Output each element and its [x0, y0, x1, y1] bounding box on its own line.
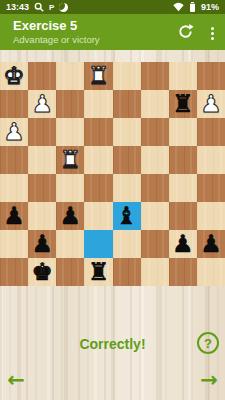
square-h6[interactable]: [197, 118, 225, 146]
square-b6[interactable]: [28, 118, 56, 146]
square-a2[interactable]: [0, 230, 28, 258]
piece-black-bishop[interactable]: ♝: [116, 204, 138, 228]
square-g1[interactable]: [169, 258, 197, 286]
square-c5[interactable]: ♜: [56, 146, 84, 174]
chess-board: ♚♜♟♜♟♟♜♟♟♝♟♟♟♚♜: [0, 62, 225, 286]
square-e8[interactable]: [113, 62, 141, 90]
square-e4[interactable]: [113, 174, 141, 202]
piece-black-rook[interactable]: ♜: [172, 92, 194, 116]
piece-black-pawn[interactable]: ♟: [3, 204, 25, 228]
square-h1[interactable]: [197, 258, 225, 286]
square-f8[interactable]: [141, 62, 169, 90]
square-h2[interactable]: ♟: [197, 230, 225, 258]
square-d2[interactable]: [84, 230, 112, 258]
square-c2[interactable]: [56, 230, 84, 258]
square-f5[interactable]: [141, 146, 169, 174]
do-not-disturb-moon-icon: [59, 3, 68, 12]
square-a6[interactable]: ♟: [0, 118, 28, 146]
square-a4[interactable]: [0, 174, 28, 202]
overflow-menu-button[interactable]: [209, 25, 216, 42]
square-f4[interactable]: [141, 174, 169, 202]
square-c6[interactable]: [56, 118, 84, 146]
square-b7[interactable]: ♟: [28, 90, 56, 118]
status-bar: 13:43 P 91%: [0, 0, 225, 14]
next-exercise-button[interactable]: →: [197, 368, 221, 392]
piece-black-rook[interactable]: ♜: [88, 260, 110, 284]
square-h8[interactable]: [197, 62, 225, 90]
left-arrow-icon: ←: [7, 368, 25, 392]
square-d1[interactable]: ♜: [84, 258, 112, 286]
square-f7[interactable]: [141, 90, 169, 118]
piece-black-pawn[interactable]: ♟: [200, 232, 222, 256]
square-a8[interactable]: ♚: [0, 62, 28, 90]
right-arrow-icon: →: [200, 368, 218, 392]
square-f2[interactable]: [141, 230, 169, 258]
square-h7[interactable]: ♟: [197, 90, 225, 118]
square-a5[interactable]: [0, 146, 28, 174]
square-a1[interactable]: [0, 258, 28, 286]
previous-exercise-button[interactable]: ←: [4, 368, 28, 392]
square-g3[interactable]: [169, 202, 197, 230]
square-h3[interactable]: [197, 202, 225, 230]
square-c4[interactable]: [56, 174, 84, 202]
square-e6[interactable]: [113, 118, 141, 146]
piece-black-king[interactable]: ♚: [31, 260, 53, 284]
square-e1[interactable]: [113, 258, 141, 286]
square-f6[interactable]: [141, 118, 169, 146]
p-notification-icon: P: [49, 3, 54, 12]
piece-black-pawn[interactable]: ♟: [60, 204, 82, 228]
square-d5[interactable]: [84, 146, 112, 174]
square-c1[interactable]: [56, 258, 84, 286]
piece-white-king[interactable]: ♚: [3, 64, 25, 88]
square-b4[interactable]: [28, 174, 56, 202]
square-a7[interactable]: [0, 90, 28, 118]
refresh-button[interactable]: [177, 23, 194, 44]
square-c8[interactable]: [56, 62, 84, 90]
piece-black-pawn[interactable]: ♟: [172, 232, 194, 256]
battery-icon: [189, 3, 196, 12]
square-a3[interactable]: ♟: [0, 202, 28, 230]
square-g2[interactable]: ♟: [169, 230, 197, 258]
square-h4[interactable]: [197, 174, 225, 202]
wifi-icon: [173, 2, 184, 12]
square-f1[interactable]: [141, 258, 169, 286]
square-g5[interactable]: [169, 146, 197, 174]
app-bar: Exercise 5 Advantage or victory: [0, 14, 225, 50]
square-e2[interactable]: [113, 230, 141, 258]
square-d3[interactable]: [84, 202, 112, 230]
square-b5[interactable]: [28, 146, 56, 174]
square-b1[interactable]: ♚: [28, 258, 56, 286]
square-e3[interactable]: ♝: [113, 202, 141, 230]
piece-white-pawn[interactable]: ♟: [3, 120, 25, 144]
square-c7[interactable]: [56, 90, 84, 118]
piece-white-rook[interactable]: ♜: [60, 148, 82, 172]
square-f3[interactable]: [141, 202, 169, 230]
square-b8[interactable]: [28, 62, 56, 90]
piece-white-rook[interactable]: ♜: [88, 64, 110, 88]
help-button[interactable]: ?: [197, 332, 219, 354]
feedback-message: Correctly!: [0, 336, 225, 352]
square-d6[interactable]: [84, 118, 112, 146]
square-b3[interactable]: [28, 202, 56, 230]
square-h5[interactable]: [197, 146, 225, 174]
search-icon: [34, 2, 44, 12]
phone-screen: 13:43 P 91% Exercise 5 Advantage or vict…: [0, 0, 225, 400]
square-c3[interactable]: ♟: [56, 202, 84, 230]
battery-percent: 91%: [201, 2, 219, 12]
square-d4[interactable]: [84, 174, 112, 202]
square-b2[interactable]: ♟: [28, 230, 56, 258]
piece-white-pawn[interactable]: ♟: [31, 92, 53, 116]
square-g6[interactable]: [169, 118, 197, 146]
square-d8[interactable]: ♜: [84, 62, 112, 90]
piece-black-pawn[interactable]: ♟: [31, 232, 53, 256]
square-g4[interactable]: [169, 174, 197, 202]
question-mark-icon: ?: [204, 336, 212, 351]
piece-white-pawn[interactable]: ♟: [200, 92, 222, 116]
square-d7[interactable]: [84, 90, 112, 118]
square-e7[interactable]: [113, 90, 141, 118]
square-g8[interactable]: [169, 62, 197, 90]
square-g7[interactable]: ♜: [169, 90, 197, 118]
clock: 13:43: [6, 2, 29, 12]
square-e5[interactable]: [113, 146, 141, 174]
